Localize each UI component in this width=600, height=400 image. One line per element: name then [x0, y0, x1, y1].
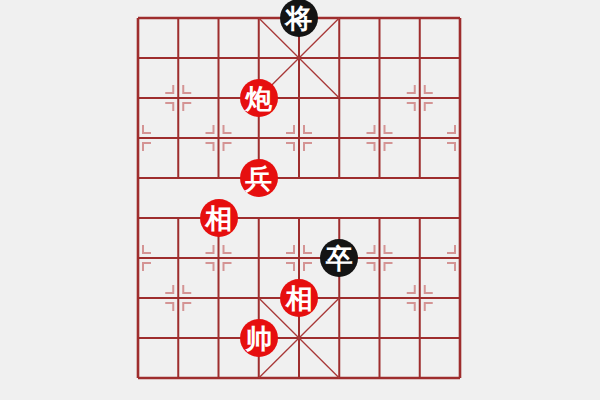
red-soldier[interactable]: 兵 [240, 159, 278, 197]
red-cannon-glyph: 炮 [245, 85, 272, 112]
black-soldier-glyph: 卒 [326, 245, 353, 272]
red-soldier-glyph: 兵 [245, 165, 272, 192]
red-cannon[interactable]: 炮 [240, 79, 278, 117]
black-soldier[interactable]: 卒 [320, 239, 358, 277]
black-general[interactable]: 将 [280, 0, 318, 37]
pieces-layer: 将炮兵相卒相帅 [0, 0, 600, 400]
xiangqi-diagram: 将炮兵相卒相帅 [0, 0, 600, 400]
red-elephant-right-glyph: 相 [286, 285, 313, 312]
red-elephant-left-glyph: 相 [205, 205, 232, 232]
red-general-glyph: 帅 [245, 325, 272, 352]
red-elephant-right[interactable]: 相 [280, 279, 318, 317]
red-general[interactable]: 帅 [240, 319, 278, 357]
red-elephant-left[interactable]: 相 [200, 199, 238, 237]
black-general-glyph: 将 [286, 5, 313, 32]
